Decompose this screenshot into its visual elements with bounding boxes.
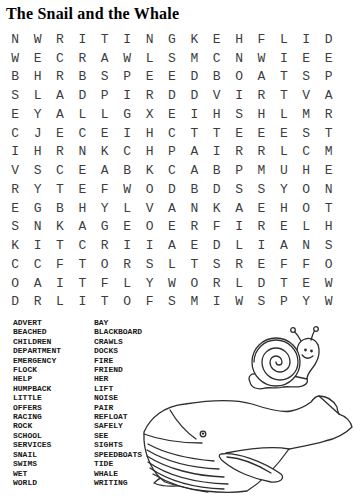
grid-cell-r12c12[interactable]: I bbox=[250, 236, 272, 255]
word-list-item-fire: FIRE bbox=[94, 356, 142, 365]
grid-cell-r6c14[interactable]: S bbox=[295, 124, 317, 143]
grid-cell-r8c9[interactable]: A bbox=[183, 161, 205, 180]
grid-cell-r15c13[interactable]: P bbox=[273, 293, 295, 312]
grid-cell-r2c10[interactable]: C bbox=[206, 49, 228, 68]
whale-illustration bbox=[144, 396, 352, 492]
grid-cell-r4c15[interactable]: A bbox=[317, 86, 339, 105]
grid-cell-r4c1[interactable]: S bbox=[4, 86, 26, 105]
grid-cell-r15c2[interactable]: R bbox=[26, 293, 48, 312]
grid-cell-r12c1[interactable]: K bbox=[4, 236, 26, 255]
grid-cell-r9c14[interactable]: O bbox=[295, 180, 317, 199]
word-list-item-whale: WHALE bbox=[94, 469, 142, 478]
grid-cell-r11c9[interactable]: R bbox=[183, 218, 205, 237]
grid-cell-r8c14[interactable]: H bbox=[295, 161, 317, 180]
word-search-grid: NWRITINGKEHFLIDWECRAWLSMCNWIEEBHRBSPEEDB… bbox=[4, 30, 340, 311]
grid-cell-r11c1[interactable]: S bbox=[4, 218, 26, 237]
grid-cell-r5c4[interactable]: L bbox=[71, 105, 93, 124]
grid-cell-r13c5[interactable]: O bbox=[94, 255, 116, 274]
grid-cell-r3c11[interactable]: O bbox=[228, 68, 250, 87]
grid-cell-r6c10[interactable]: T bbox=[206, 124, 228, 143]
grid-cell-r13c12[interactable]: E bbox=[250, 255, 272, 274]
grid-cell-r15c7[interactable]: F bbox=[138, 293, 160, 312]
grid-cell-r1c11[interactable]: H bbox=[228, 30, 250, 49]
grid-cell-r2c4[interactable]: R bbox=[71, 49, 93, 68]
grid-cell-r11c3[interactable]: K bbox=[49, 218, 71, 237]
grid-cell-r3c1[interactable]: B bbox=[4, 68, 26, 87]
word-list-item-bay: BAY bbox=[94, 318, 142, 327]
grid-cell-r13c10[interactable]: S bbox=[206, 255, 228, 274]
grid-cell-r15c14[interactable]: Y bbox=[295, 293, 317, 312]
grid-cell-r6c11[interactable]: E bbox=[228, 124, 250, 143]
word-list-item-beached: BEACHED bbox=[13, 327, 94, 336]
grid-cell-r12c7[interactable]: I bbox=[138, 236, 160, 255]
word-list-item-world: WORLD bbox=[13, 478, 94, 487]
grid-cell-r11c2[interactable]: N bbox=[26, 218, 48, 237]
grid-cell-r14c5[interactable]: F bbox=[94, 274, 116, 293]
grid-cell-r4c13[interactable]: T bbox=[273, 86, 295, 105]
grid-cell-r1c8[interactable]: G bbox=[161, 30, 183, 49]
grid-cell-r12c15[interactable]: S bbox=[317, 236, 339, 255]
grid-cell-r10c4[interactable]: H bbox=[71, 199, 93, 218]
grid-cell-r12c10[interactable]: D bbox=[206, 236, 228, 255]
grid-cell-r2c15[interactable]: E bbox=[317, 49, 339, 68]
grid-cell-r12c5[interactable]: R bbox=[94, 236, 116, 255]
grid-cell-r7c9[interactable]: A bbox=[183, 143, 205, 162]
grid-cell-r5c8[interactable]: E bbox=[161, 105, 183, 124]
grid-cell-r9c12[interactable]: S bbox=[250, 180, 272, 199]
word-list-item-tide: TIDE bbox=[94, 459, 142, 468]
grid-cell-r5c7[interactable]: X bbox=[138, 105, 160, 124]
grid-cell-r1c14[interactable]: I bbox=[295, 30, 317, 49]
grid-cell-r6c1[interactable]: C bbox=[4, 124, 26, 143]
grid-cell-r2c12[interactable]: W bbox=[250, 49, 272, 68]
grid-cell-r3c12[interactable]: A bbox=[250, 68, 272, 87]
grid-cell-r5c6[interactable]: G bbox=[116, 105, 138, 124]
grid-cell-r4c2[interactable]: L bbox=[26, 86, 48, 105]
grid-cell-r3c4[interactable]: B bbox=[71, 68, 93, 87]
grid-cell-r1c12[interactable]: F bbox=[250, 30, 272, 49]
grid-cell-r1c9[interactable]: K bbox=[183, 30, 205, 49]
grid-cell-r5c5[interactable]: L bbox=[94, 105, 116, 124]
grid-cell-r11c5[interactable]: G bbox=[94, 218, 116, 237]
grid-cell-r10c10[interactable]: K bbox=[206, 199, 228, 218]
word-list-item-little: LITTLE bbox=[13, 393, 94, 402]
word-list-item-snail: SNAIL bbox=[13, 450, 94, 459]
grid-cell-r3c7[interactable]: E bbox=[138, 68, 160, 87]
grid-cell-r2c13[interactable]: I bbox=[273, 49, 295, 68]
word-list-item-friend: FRIEND bbox=[94, 365, 142, 374]
grid-cell-r7c4[interactable]: N bbox=[71, 143, 93, 162]
grid-cell-r1c1[interactable]: N bbox=[4, 30, 26, 49]
grid-cell-r1c4[interactable]: I bbox=[71, 30, 93, 49]
grid-cell-r6c15[interactable]: T bbox=[317, 124, 339, 143]
word-list-item-sights: SIGHTS bbox=[94, 440, 142, 449]
grid-cell-r15c3[interactable]: L bbox=[49, 293, 71, 312]
grid-cell-r3c5[interactable]: S bbox=[94, 68, 116, 87]
word-list-item-racing: RACING bbox=[13, 412, 94, 421]
grid-cell-r11c10[interactable]: F bbox=[206, 218, 228, 237]
grid-cell-r3c6[interactable]: P bbox=[116, 68, 138, 87]
grid-cell-r13c1[interactable]: C bbox=[4, 255, 26, 274]
grid-cell-r2c3[interactable]: C bbox=[49, 49, 71, 68]
grid-cell-r6c4[interactable]: C bbox=[71, 124, 93, 143]
grid-cell-r7c5[interactable]: K bbox=[94, 143, 116, 162]
grid-cell-r8c13[interactable]: U bbox=[273, 161, 295, 180]
grid-cell-r7c12[interactable]: R bbox=[250, 143, 272, 162]
grid-cell-r13c8[interactable]: L bbox=[161, 255, 183, 274]
word-list-item-writing: WRITING bbox=[94, 478, 142, 487]
grid-cell-r15c8[interactable]: S bbox=[161, 293, 183, 312]
grid-cell-r9c10[interactable]: D bbox=[206, 180, 228, 199]
grid-cell-r14c12[interactable]: D bbox=[250, 274, 272, 293]
grid-cell-r10c15[interactable]: T bbox=[317, 199, 339, 218]
word-list-item-speedboats: SPEEDBOATS bbox=[94, 450, 142, 459]
grid-cell-r9c7[interactable]: O bbox=[138, 180, 160, 199]
grid-cell-r13c13[interactable]: F bbox=[273, 255, 295, 274]
word-list-item-pair: PAIR bbox=[94, 403, 142, 412]
grid-cell-r10c5[interactable]: Y bbox=[94, 199, 116, 218]
grid-cell-r6c5[interactable]: E bbox=[94, 124, 116, 143]
grid-cell-r15c6[interactable]: O bbox=[116, 293, 138, 312]
grid-cell-r2c6[interactable]: W bbox=[116, 49, 138, 68]
grid-cell-r14c11[interactable]: L bbox=[228, 274, 250, 293]
grid-cell-r10c1[interactable]: E bbox=[4, 199, 26, 218]
grid-cell-r14c6[interactable]: L bbox=[116, 274, 138, 293]
grid-cell-r15c5[interactable]: T bbox=[94, 293, 116, 312]
grid-cell-r1c3[interactable]: R bbox=[49, 30, 71, 49]
grid-cell-r12c13[interactable]: A bbox=[273, 236, 295, 255]
page-title: The Snail and the Whale bbox=[6, 5, 179, 23]
grid-cell-r13c9[interactable]: T bbox=[183, 255, 205, 274]
grid-cell-r7c2[interactable]: H bbox=[26, 143, 48, 162]
word-list-item-wet: WET bbox=[13, 469, 94, 478]
grid-cell-r14c3[interactable]: I bbox=[49, 274, 71, 293]
whale-pupil-icon bbox=[202, 432, 204, 434]
grid-cell-r15c10[interactable]: I bbox=[206, 293, 228, 312]
grid-cell-r3c8[interactable]: E bbox=[161, 68, 183, 87]
grid-cell-r11c8[interactable]: E bbox=[161, 218, 183, 237]
word-list: ADVERTBEACHEDCHILDRENDEPARTMENTEMERGENCY… bbox=[13, 318, 142, 487]
grid-cell-r12c9[interactable]: E bbox=[183, 236, 205, 255]
grid-cell-r5c3[interactable]: A bbox=[49, 105, 71, 124]
grid-cell-r2c14[interactable]: E bbox=[295, 49, 317, 68]
grid-cell-r8c12[interactable]: M bbox=[250, 161, 272, 180]
grid-cell-r6c7[interactable]: H bbox=[138, 124, 160, 143]
word-list-item-blackboard: BLACKBOARD bbox=[94, 327, 142, 336]
grid-cell-r7c1[interactable]: I bbox=[4, 143, 26, 162]
grid-cell-r11c4[interactable]: A bbox=[71, 218, 93, 237]
grid-cell-r4c8[interactable]: D bbox=[161, 86, 183, 105]
word-list-column-2: BAYBLACKBOARDCRAWLSDOCKSFIREFRIENDHERLIF… bbox=[94, 318, 142, 487]
grid-cell-r12c11[interactable]: L bbox=[228, 236, 250, 255]
grid-cell-r12c2[interactable]: I bbox=[26, 236, 48, 255]
grid-cell-r9c1[interactable]: R bbox=[4, 180, 26, 199]
grid-cell-r9c6[interactable]: W bbox=[116, 180, 138, 199]
grid-cell-r11c7[interactable]: O bbox=[138, 218, 160, 237]
grid-cell-r7c15[interactable]: M bbox=[317, 143, 339, 162]
grid-cell-r13c15[interactable]: O bbox=[317, 255, 339, 274]
grid-cell-r9c4[interactable]: E bbox=[71, 180, 93, 199]
word-list-item-school: SCHOOL bbox=[13, 431, 94, 440]
grid-cell-r8c4[interactable]: E bbox=[71, 161, 93, 180]
grid-cell-r6c8[interactable]: C bbox=[161, 124, 183, 143]
grid-cell-r11c6[interactable]: E bbox=[116, 218, 138, 237]
grid-cell-r15c1[interactable]: D bbox=[4, 293, 26, 312]
grid-cell-r7c11[interactable]: R bbox=[228, 143, 250, 162]
grid-cell-r6c13[interactable]: E bbox=[273, 124, 295, 143]
grid-cell-r14c1[interactable]: O bbox=[4, 274, 26, 293]
grid-cell-r9c8[interactable]: D bbox=[161, 180, 183, 199]
grid-cell-r12c6[interactable]: I bbox=[116, 236, 138, 255]
grid-cell-r12c4[interactable]: C bbox=[71, 236, 93, 255]
grid-cell-r10c9[interactable]: N bbox=[183, 199, 205, 218]
word-list-item-children: CHILDREN bbox=[13, 337, 94, 346]
word-list-item-department: DEPARTMENT bbox=[13, 346, 94, 355]
grid-cell-r15c12[interactable]: S bbox=[250, 293, 272, 312]
word-list-item-see: SEE bbox=[94, 431, 142, 440]
grid-cell-r6c2[interactable]: J bbox=[26, 124, 48, 143]
grid-cell-r14c7[interactable]: Y bbox=[138, 274, 160, 293]
grid-cell-r7c10[interactable]: I bbox=[206, 143, 228, 162]
grid-cell-r7c3[interactable]: R bbox=[49, 143, 71, 162]
grid-cell-r4c9[interactable]: D bbox=[183, 86, 205, 105]
word-list-item-services: SERVICES bbox=[13, 440, 94, 449]
grid-cell-r15c9[interactable]: M bbox=[183, 293, 205, 312]
grid-cell-r3c2[interactable]: H bbox=[26, 68, 48, 87]
grid-cell-r7c14[interactable]: C bbox=[295, 143, 317, 162]
grid-cell-r2c8[interactable]: S bbox=[161, 49, 183, 68]
grid-cell-r8c10[interactable]: B bbox=[206, 161, 228, 180]
grid-cell-r9c9[interactable]: B bbox=[183, 180, 205, 199]
grid-cell-r15c4[interactable]: I bbox=[71, 293, 93, 312]
word-list-item-humpback: HUMPBACK bbox=[13, 384, 94, 393]
grid-cell-r8c5[interactable]: A bbox=[94, 161, 116, 180]
grid-cell-r7c8[interactable]: P bbox=[161, 143, 183, 162]
grid-cell-r1c7[interactable]: N bbox=[138, 30, 160, 49]
snail-antenna-right-knob-icon bbox=[314, 327, 319, 332]
grid-cell-r4c14[interactable]: V bbox=[295, 86, 317, 105]
grid-cell-r8c1[interactable]: V bbox=[4, 161, 26, 180]
grid-cell-r13c2[interactable]: C bbox=[26, 255, 48, 274]
word-list-item-docks: DOCKS bbox=[94, 346, 142, 355]
grid-cell-r15c11[interactable]: W bbox=[228, 293, 250, 312]
snail-antenna-left-icon bbox=[294, 331, 301, 341]
grid-cell-r5c9[interactable]: I bbox=[183, 105, 205, 124]
grid-cell-r5c15[interactable]: R bbox=[317, 105, 339, 124]
word-list-item-lift: LIFT bbox=[94, 384, 142, 393]
grid-cell-r5c13[interactable]: L bbox=[273, 105, 295, 124]
word-list-item-refloat: REFLOAT bbox=[94, 412, 142, 421]
grid-cell-r3c14[interactable]: S bbox=[295, 68, 317, 87]
grid-cell-r1c10[interactable]: E bbox=[206, 30, 228, 49]
grid-cell-r4c10[interactable]: V bbox=[206, 86, 228, 105]
grid-cell-r4c12[interactable]: R bbox=[250, 86, 272, 105]
grid-cell-r3c15[interactable]: P bbox=[317, 68, 339, 87]
grid-cell-r1c13[interactable]: L bbox=[273, 30, 295, 49]
grid-cell-r14c9[interactable]: O bbox=[183, 274, 205, 293]
grid-cell-r5c12[interactable]: H bbox=[250, 105, 272, 124]
grid-cell-r8c6[interactable]: B bbox=[116, 161, 138, 180]
whale-body-icon bbox=[144, 396, 352, 492]
grid-cell-r2c7[interactable]: L bbox=[138, 49, 160, 68]
grid-cell-r9c5[interactable]: F bbox=[94, 180, 116, 199]
word-list-item-offers: OFFERS bbox=[13, 403, 94, 412]
grid-cell-r9c2[interactable]: Y bbox=[26, 180, 48, 199]
grid-cell-r8c8[interactable]: C bbox=[161, 161, 183, 180]
grid-cell-r13c6[interactable]: R bbox=[116, 255, 138, 274]
grid-cell-r3c9[interactable]: D bbox=[183, 68, 205, 87]
grid-cell-r13c11[interactable]: R bbox=[228, 255, 250, 274]
grid-cell-r8c3[interactable]: C bbox=[49, 161, 71, 180]
snail-eye-right-icon bbox=[310, 350, 313, 353]
grid-cell-r8c2[interactable]: S bbox=[26, 161, 48, 180]
grid-cell-r13c3[interactable]: F bbox=[49, 255, 71, 274]
grid-cell-r9c15[interactable]: N bbox=[317, 180, 339, 199]
grid-cell-r10c14[interactable]: O bbox=[295, 199, 317, 218]
word-list-item-advert: ADVERT bbox=[13, 318, 94, 327]
grid-cell-r5c1[interactable]: E bbox=[4, 105, 26, 124]
grid-cell-r10c12[interactable]: E bbox=[250, 199, 272, 218]
grid-cell-r2c1[interactable]: W bbox=[4, 49, 26, 68]
grid-cell-r14c8[interactable]: W bbox=[161, 274, 183, 293]
grid-cell-r7c6[interactable]: C bbox=[116, 143, 138, 162]
grid-cell-r6c6[interactable]: I bbox=[116, 124, 138, 143]
grid-cell-r4c7[interactable]: R bbox=[138, 86, 160, 105]
snail-illustration bbox=[249, 327, 319, 389]
grid-cell-r4c6[interactable]: I bbox=[116, 86, 138, 105]
word-list-item-crawls: CRAWLS bbox=[94, 337, 142, 346]
grid-cell-r5c10[interactable]: H bbox=[206, 105, 228, 124]
grid-cell-r11c12[interactable]: R bbox=[250, 218, 272, 237]
grid-cell-r10c11[interactable]: A bbox=[228, 199, 250, 218]
grid-cell-r10c3[interactable]: B bbox=[49, 199, 71, 218]
word-list-item-her: HER bbox=[94, 374, 142, 383]
grid-cell-r9c11[interactable]: S bbox=[228, 180, 250, 199]
grid-cell-r6c3[interactable]: E bbox=[49, 124, 71, 143]
grid-cell-r8c15[interactable]: E bbox=[317, 161, 339, 180]
word-list-item-swims: SWIMS bbox=[13, 459, 94, 468]
word-list-item-rock: ROCK bbox=[13, 421, 94, 430]
grid-cell-r5c14[interactable]: M bbox=[295, 105, 317, 124]
grid-cell-r11c15[interactable]: H bbox=[317, 218, 339, 237]
grid-cell-r10c2[interactable]: G bbox=[26, 199, 48, 218]
snail-and-whale-illustration bbox=[140, 326, 354, 500]
grid-cell-r2c2[interactable]: E bbox=[26, 49, 48, 68]
grid-cell-r1c5[interactable]: T bbox=[94, 30, 116, 49]
grid-cell-r11c13[interactable]: E bbox=[273, 218, 295, 237]
grid-cell-r11c11[interactable]: I bbox=[228, 218, 250, 237]
grid-cell-r3c3[interactable]: R bbox=[49, 68, 71, 87]
grid-cell-r2c9[interactable]: M bbox=[183, 49, 205, 68]
grid-cell-r11c14[interactable]: L bbox=[295, 218, 317, 237]
grid-cell-r5c11[interactable]: S bbox=[228, 105, 250, 124]
word-list-item-help: HELP bbox=[13, 374, 94, 383]
snail-antenna-left-knob-icon bbox=[291, 328, 296, 333]
grid-cell-r4c11[interactable]: I bbox=[228, 86, 250, 105]
grid-cell-r3c13[interactable]: T bbox=[273, 68, 295, 87]
grid-cell-r12c3[interactable]: T bbox=[49, 236, 71, 255]
grid-cell-r13c4[interactable]: T bbox=[71, 255, 93, 274]
grid-cell-r4c3[interactable]: A bbox=[49, 86, 71, 105]
grid-cell-r12c8[interactable]: A bbox=[161, 236, 183, 255]
grid-cell-r2c11[interactable]: N bbox=[228, 49, 250, 68]
grid-cell-r9c13[interactable]: Y bbox=[273, 180, 295, 199]
grid-cell-r6c12[interactable]: E bbox=[250, 124, 272, 143]
grid-cell-r6c9[interactable]: T bbox=[183, 124, 205, 143]
word-list-column-1: ADVERTBEACHEDCHILDRENDEPARTMENTEMERGENCY… bbox=[13, 318, 94, 487]
grid-cell-r1c2[interactable]: W bbox=[26, 30, 48, 49]
grid-cell-r14c4[interactable]: T bbox=[71, 274, 93, 293]
grid-cell-r9c3[interactable]: T bbox=[49, 180, 71, 199]
grid-cell-r14c10[interactable]: R bbox=[206, 274, 228, 293]
word-list-item-emergency: EMERGENCY bbox=[13, 356, 94, 365]
grid-cell-r14c13[interactable]: T bbox=[273, 274, 295, 293]
grid-cell-r12c14[interactable]: N bbox=[295, 236, 317, 255]
grid-cell-r13c7[interactable]: S bbox=[138, 255, 160, 274]
grid-cell-r15c15[interactable]: W bbox=[317, 293, 339, 312]
grid-cell-r14c2[interactable]: A bbox=[26, 274, 48, 293]
grid-cell-r10c6[interactable]: L bbox=[116, 199, 138, 218]
grid-cell-r7c13[interactable]: L bbox=[273, 143, 295, 162]
grid-cell-r10c13[interactable]: H bbox=[273, 199, 295, 218]
grid-cell-r10c7[interactable]: V bbox=[138, 199, 160, 218]
grid-cell-r14c14[interactable]: E bbox=[295, 274, 317, 293]
grid-cell-r10c8[interactable]: A bbox=[161, 199, 183, 218]
word-list-item-safely: SAFELY bbox=[94, 421, 142, 430]
grid-cell-r1c6[interactable]: I bbox=[116, 30, 138, 49]
grid-cell-r14c15[interactable]: W bbox=[317, 274, 339, 293]
word-list-item-noise: NOISE bbox=[94, 393, 142, 402]
grid-cell-r4c5[interactable]: P bbox=[94, 86, 116, 105]
grid-cell-r7c7[interactable]: H bbox=[138, 143, 160, 162]
grid-cell-r1c15[interactable]: D bbox=[317, 30, 339, 49]
grid-cell-r4c4[interactable]: D bbox=[71, 86, 93, 105]
snail-eye-left-icon bbox=[304, 349, 307, 352]
grid-cell-r8c11[interactable]: P bbox=[228, 161, 250, 180]
grid-cell-r2c5[interactable]: A bbox=[94, 49, 116, 68]
grid-cell-r5c2[interactable]: Y bbox=[26, 105, 48, 124]
grid-cell-r3c10[interactable]: B bbox=[206, 68, 228, 87]
grid-cell-r13c14[interactable]: F bbox=[295, 255, 317, 274]
grid-cell-r8c7[interactable]: K bbox=[138, 161, 160, 180]
word-list-item-flock: FLOCK bbox=[13, 365, 94, 374]
